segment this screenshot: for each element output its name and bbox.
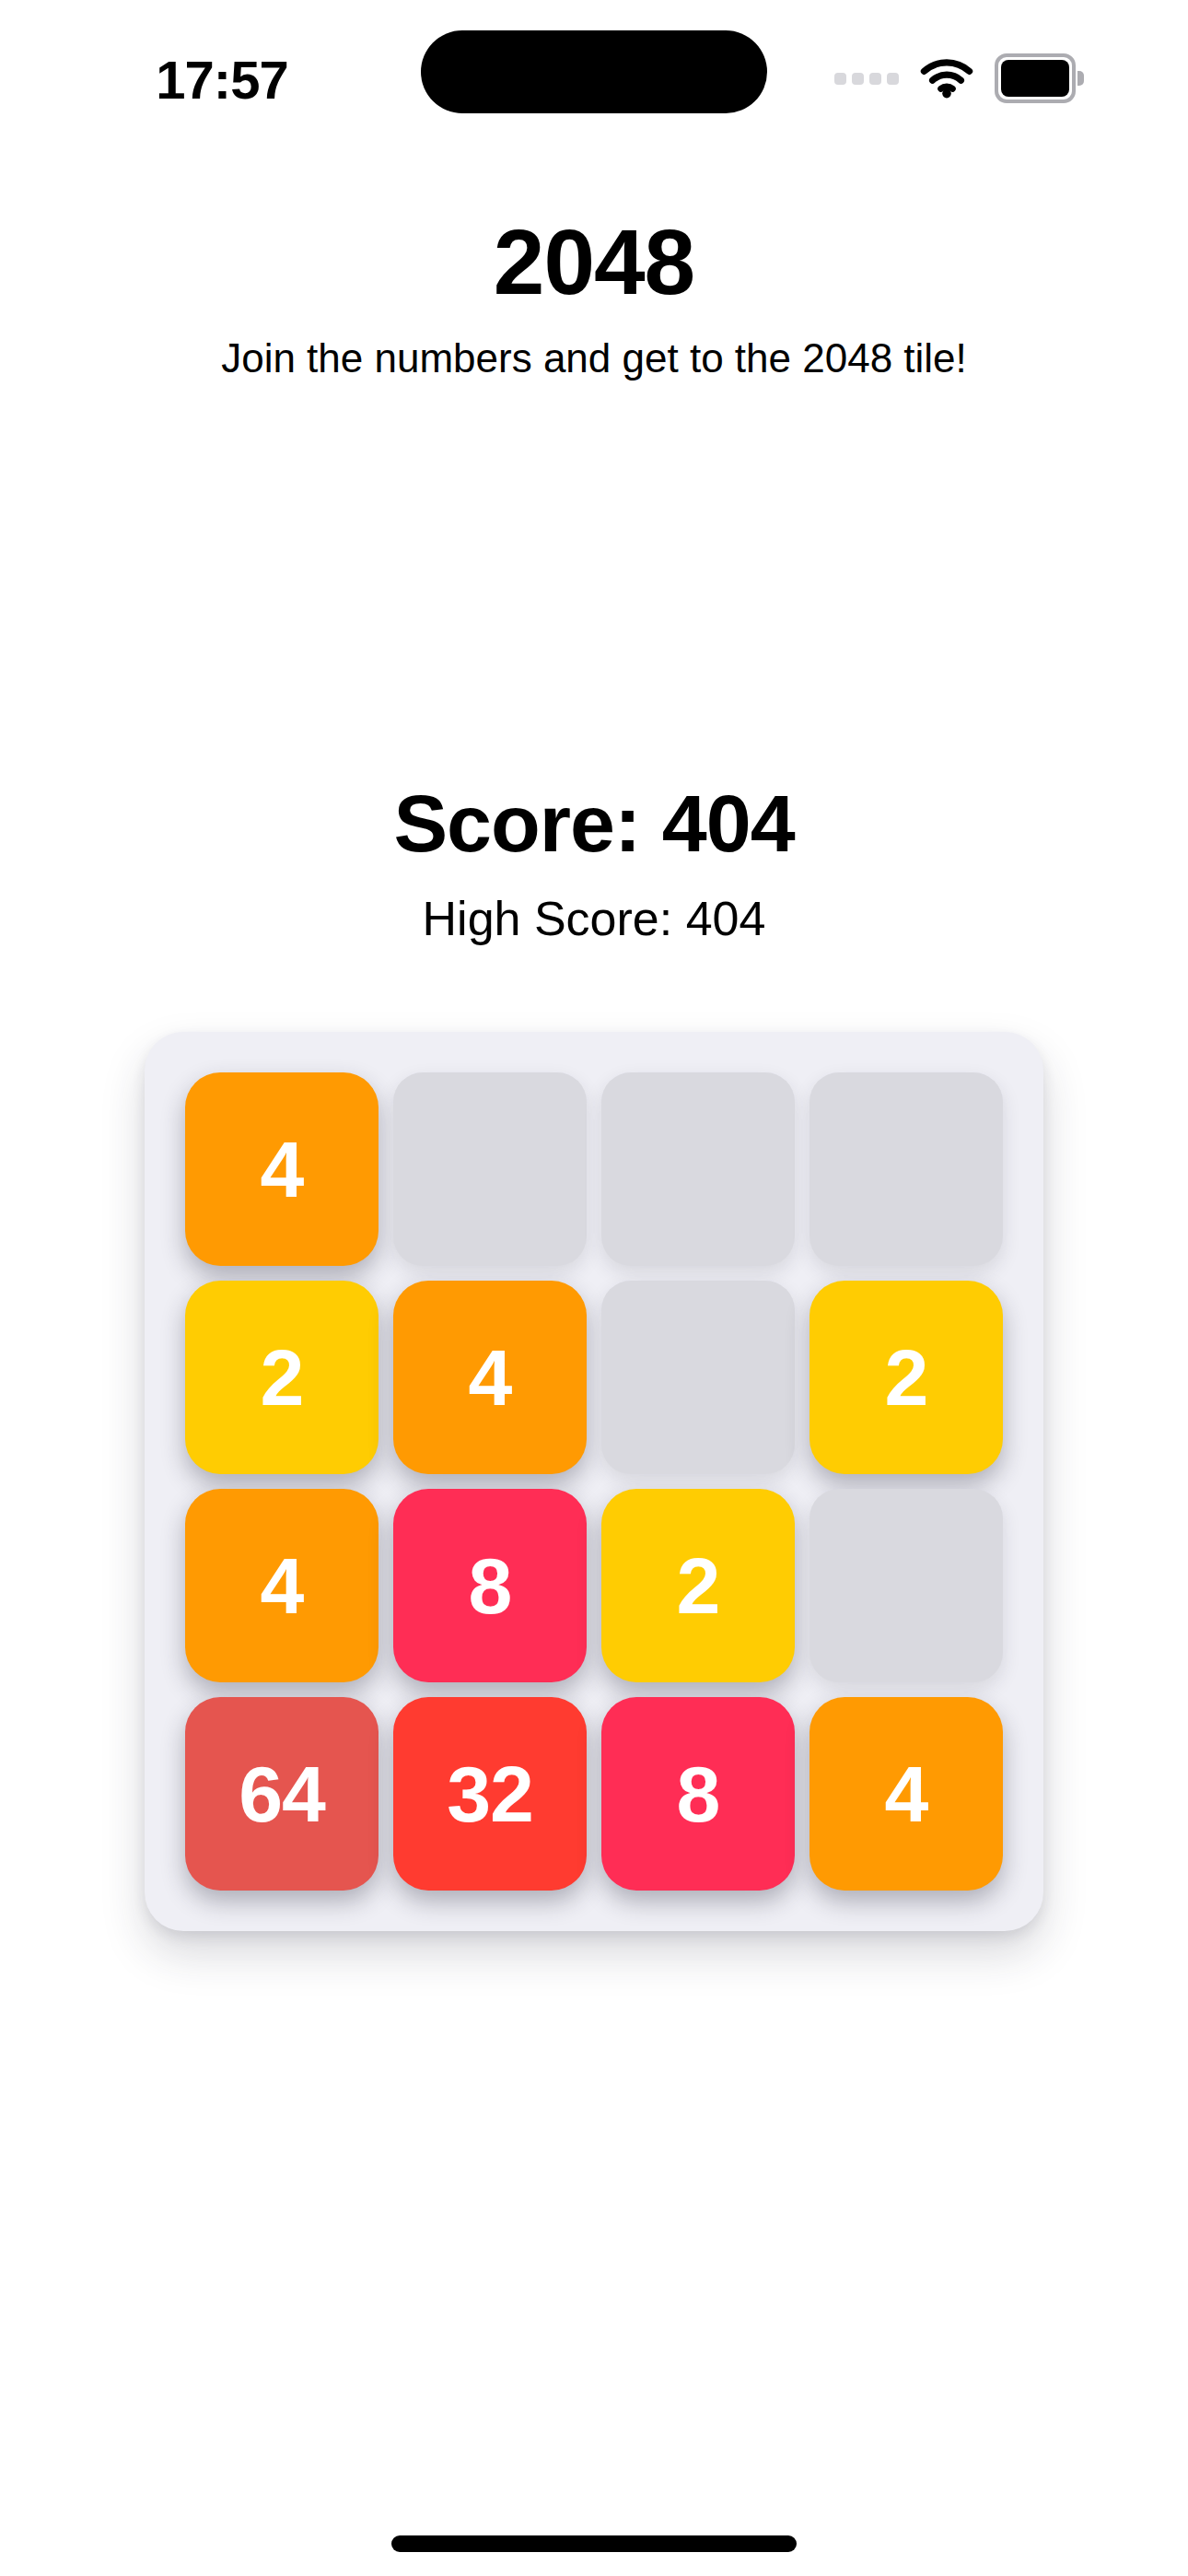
battery-fill bbox=[1001, 60, 1069, 97]
empty-cell bbox=[809, 1489, 1003, 1682]
screen: 17:57 2048 Join the numbers and get to t… bbox=[0, 0, 1188, 2576]
board-grid[interactable]: 4242482643284 bbox=[145, 1032, 1043, 1931]
status-time: 17:57 bbox=[153, 57, 291, 103]
cellular-dots-icon bbox=[834, 73, 899, 85]
empty-cell bbox=[809, 1072, 1003, 1266]
tile-4: 4 bbox=[809, 1697, 1003, 1891]
tile-8: 8 bbox=[393, 1489, 587, 1682]
empty-cell bbox=[393, 1072, 587, 1266]
tile-32: 32 bbox=[393, 1697, 587, 1891]
tile-4: 4 bbox=[393, 1281, 587, 1474]
page-subtitle: Join the numbers and get to the 2048 til… bbox=[0, 334, 1188, 383]
tile-2: 2 bbox=[185, 1281, 379, 1474]
score-label: Score: 404 bbox=[0, 781, 1188, 866]
wifi-icon bbox=[920, 58, 973, 99]
high-score-label: High Score: 404 bbox=[0, 890, 1188, 947]
battery-nub bbox=[1077, 71, 1084, 86]
tile-4: 4 bbox=[185, 1489, 379, 1682]
empty-cell bbox=[601, 1072, 795, 1266]
battery-icon bbox=[995, 53, 1084, 103]
tile-8: 8 bbox=[601, 1697, 795, 1891]
tile-2: 2 bbox=[809, 1281, 1003, 1474]
home-indicator[interactable] bbox=[391, 2535, 797, 2552]
dynamic-island bbox=[421, 30, 767, 113]
page-title: 2048 bbox=[0, 216, 1188, 308]
tile-64: 64 bbox=[185, 1697, 379, 1891]
status-icons bbox=[834, 57, 1084, 100]
empty-cell bbox=[601, 1281, 795, 1474]
tile-2: 2 bbox=[601, 1489, 795, 1682]
tile-4: 4 bbox=[185, 1072, 379, 1266]
